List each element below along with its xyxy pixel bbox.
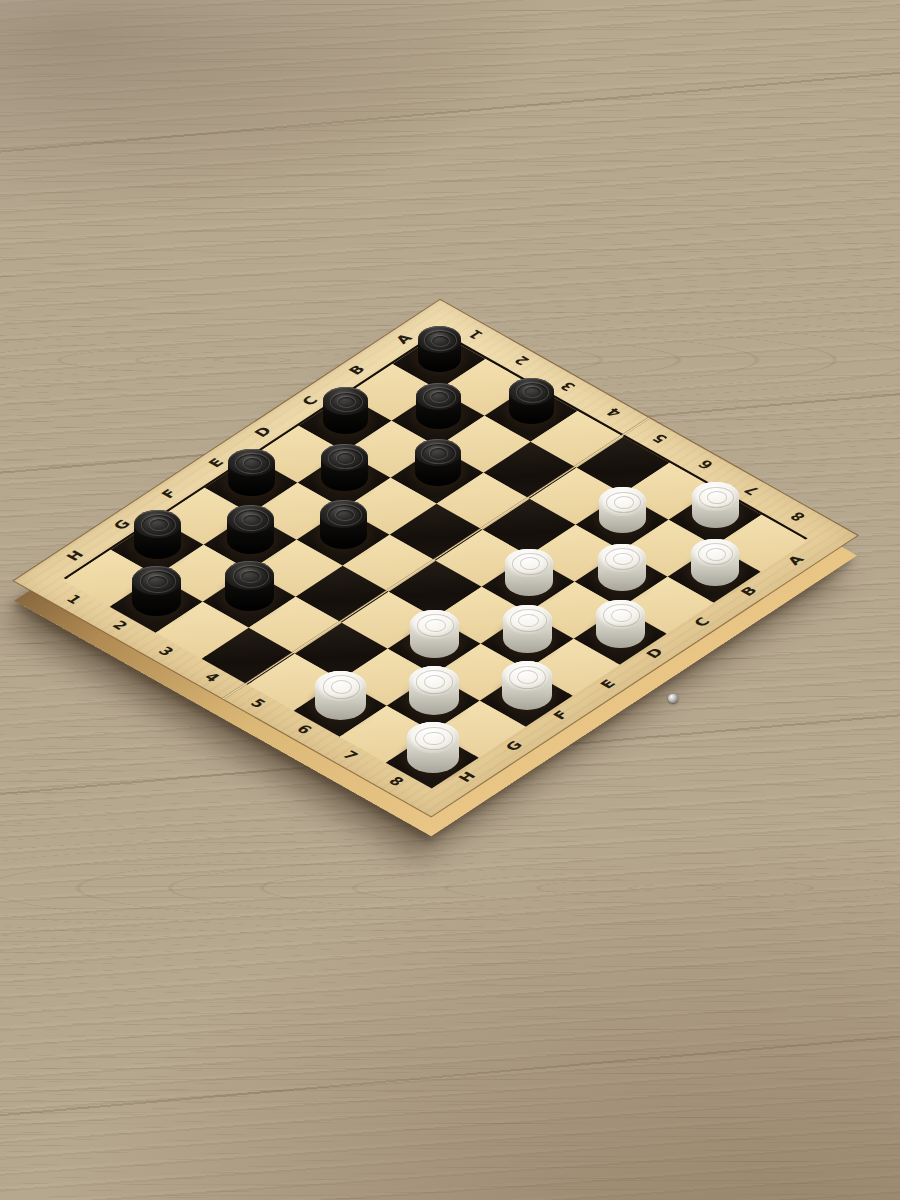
hinge-pin-icon	[668, 694, 678, 703]
label-number-top-2: 2	[506, 351, 538, 371]
label-number-top-6: 6	[690, 455, 722, 475]
photo-checkers-scene: { "game": { "name": "Checkers (Russian d…	[0, 0, 900, 1200]
label-number-top-7: 7	[736, 481, 768, 501]
label-number-top-8: 8	[782, 507, 814, 527]
label-number-top-3: 3	[552, 377, 584, 397]
label-number-top-1: 1	[460, 325, 492, 345]
label-number-top-5: 5	[644, 429, 676, 449]
checkers-board: 11AA22BB33CC44DD55EE66FF77GG88HH	[14, 300, 857, 816]
label-number-top-4: 4	[598, 403, 630, 423]
